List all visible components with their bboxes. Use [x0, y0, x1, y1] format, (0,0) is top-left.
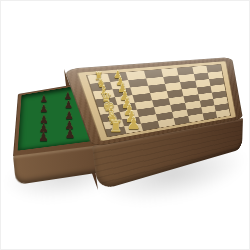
product-photo-chess-set: ♜♞♝♛♚♝♞♜♟♟♟♟♟♟♟♟♟♟♟♟♟♟♟♟♟♟	[0, 0, 250, 250]
